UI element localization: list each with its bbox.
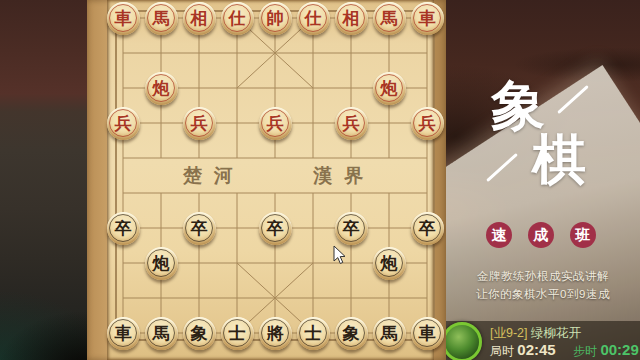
piece-相-red[interactable]: 相 [183,2,216,35]
promo-tagline-1: 金牌教练孙根成实战讲解 [446,269,640,284]
piece-炮-red[interactable]: 炮 [373,72,406,105]
player-avatar[interactable] [446,322,482,360]
piece-glyph: 兵 [267,115,284,132]
piece-glyph: 卒 [419,220,436,237]
piece-glyph: 車 [419,10,436,27]
piece-馬-red[interactable]: 馬 [145,2,178,35]
player-rank-tag: [业9-2] [490,326,528,340]
piece-帥-red[interactable]: 帥 [259,2,292,35]
game-time-label: 局时 [490,344,514,358]
piece-glyph: 帥 [267,10,284,27]
piece-卒-black[interactable]: 卒 [411,212,444,245]
piece-glyph: 相 [343,10,360,27]
piece-兵-red[interactable]: 兵 [107,107,140,140]
piece-車-black[interactable]: 車 [411,317,444,350]
piece-炮-red[interactable]: 炮 [145,72,178,105]
river-label-chu-he: 楚河 [183,163,245,189]
piece-glyph: 士 [229,325,246,342]
piece-glyph: 仕 [229,10,246,27]
game-time-value: 02:45 [517,341,555,358]
piece-glyph: 車 [115,10,132,27]
promo-panel: 象 棋 速 成 班 金牌教练孙根成实战讲解 让你的象棋水平0到9速成 [业9-2… [446,0,640,360]
piece-兵-red[interactable]: 兵 [411,107,444,140]
piece-車-red[interactable]: 車 [411,2,444,35]
piece-卒-black[interactable]: 卒 [183,212,216,245]
board-grid-lines [87,0,446,360]
piece-glyph: 象 [191,325,208,342]
piece-glyph: 兵 [115,115,132,132]
player-name-line: [业9-2] 绿柳花开 [490,325,581,342]
piece-glyph: 將 [267,325,284,342]
piece-glyph: 兵 [191,115,208,132]
piece-glyph: 馬 [381,325,398,342]
river-label-han-jie: 漢界 [313,163,375,189]
piece-glyph: 兵 [419,115,436,132]
piece-glyph: 炮 [381,255,398,272]
piece-glyph: 炮 [153,255,170,272]
piece-glyph: 仕 [305,10,322,27]
piece-glyph: 象 [343,325,360,342]
piece-象-black[interactable]: 象 [183,317,216,350]
piece-glyph: 兵 [343,115,360,132]
promo-title-char-1: 象 [491,78,545,132]
piece-glyph: 卒 [267,220,284,237]
badge-cheng: 成 [528,222,554,248]
piece-馬-black[interactable]: 馬 [145,317,178,350]
piece-士-black[interactable]: 士 [297,317,330,350]
piece-glyph: 卒 [115,220,132,237]
left-photo-strip [0,0,87,360]
piece-glyph: 炮 [153,80,170,97]
piece-仕-red[interactable]: 仕 [297,2,330,35]
piece-卒-black[interactable]: 卒 [335,212,368,245]
piece-glyph: 炮 [381,80,398,97]
piece-卒-black[interactable]: 卒 [107,212,140,245]
piece-兵-red[interactable]: 兵 [335,107,368,140]
piece-glyph: 馬 [153,10,170,27]
piece-相-red[interactable]: 相 [335,2,368,35]
piece-glyph: 馬 [381,10,398,27]
piece-馬-red[interactable]: 馬 [373,2,406,35]
piece-車-black[interactable]: 車 [107,317,140,350]
piece-仕-red[interactable]: 仕 [221,2,254,35]
piece-卒-black[interactable]: 卒 [259,212,292,245]
player-name: 绿柳花开 [531,326,581,340]
piece-象-black[interactable]: 象 [335,317,368,350]
piece-炮-black[interactable]: 炮 [145,247,178,280]
move-time-label: 步时 [573,344,597,358]
piece-車-red[interactable]: 車 [107,2,140,35]
mouse-cursor [333,245,347,269]
piece-glyph: 相 [191,10,208,27]
piece-士-black[interactable]: 士 [221,317,254,350]
promo-title-char-2: 棋 [532,132,586,186]
move-time-value: 00:29 [600,341,638,358]
piece-兵-red[interactable]: 兵 [183,107,216,140]
piece-glyph: 馬 [153,325,170,342]
xiangqi-board[interactable]: 楚河 漢界 車馬相仕帥仕相馬車炮炮兵兵兵兵兵卒卒卒卒卒炮炮車馬象士將士象馬車 [87,0,446,360]
piece-馬-black[interactable]: 馬 [373,317,406,350]
piece-glyph: 車 [115,325,132,342]
badge-ban: 班 [570,222,596,248]
piece-glyph: 卒 [343,220,360,237]
piece-glyph: 車 [419,325,436,342]
piece-glyph: 卒 [191,220,208,237]
badge-su: 速 [486,222,512,248]
piece-glyph: 士 [305,325,322,342]
promo-tagline-2: 让你的象棋水平0到9速成 [446,287,640,302]
piece-兵-red[interactable]: 兵 [259,107,292,140]
timers-line: 局时 02:45 步时 00:29 [490,341,639,360]
piece-炮-black[interactable]: 炮 [373,247,406,280]
status-bar: [业9-2] 绿柳花开 局时 02:45 步时 00:29 [446,321,640,360]
piece-將-black[interactable]: 將 [259,317,292,350]
